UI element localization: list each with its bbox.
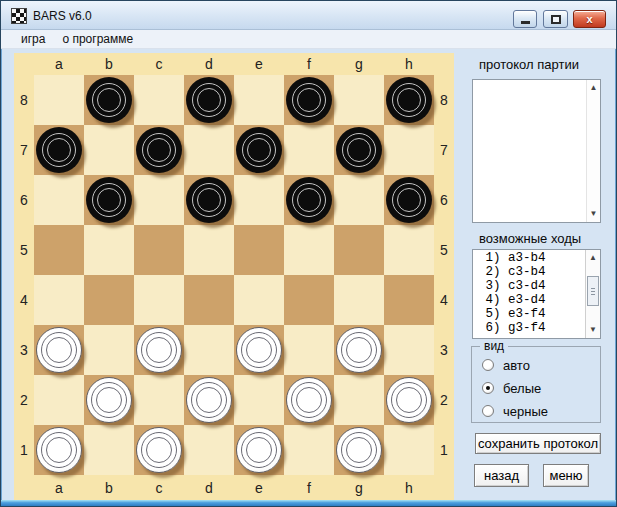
square-b1[interactable]: [84, 425, 134, 475]
piece-ring: [397, 188, 421, 212]
piece-black-e7[interactable]: [236, 127, 282, 173]
square-d4[interactable]: [184, 275, 234, 325]
square-g8[interactable]: [334, 75, 384, 125]
square-a3[interactable]: [34, 325, 84, 375]
move-option[interactable]: 6) g3-f4: [473, 321, 585, 335]
piece-black-d8[interactable]: [186, 77, 232, 123]
piece-ring: [241, 332, 277, 368]
piece-ring: [192, 83, 226, 117]
scrollbar-thumb[interactable]: [587, 276, 599, 306]
piece-ring: [192, 183, 226, 217]
square-c5[interactable]: [134, 225, 184, 275]
radio-unselected-icon[interactable]: [482, 405, 494, 417]
file-label-d: d: [184, 475, 234, 500]
piece-ring: [347, 138, 371, 162]
piece-ring: [291, 382, 327, 418]
file-label-b: b: [84, 475, 134, 500]
piece-white-a3[interactable]: [36, 327, 82, 373]
piece-white-e3[interactable]: [236, 327, 282, 373]
square-e7[interactable]: [234, 125, 284, 175]
radio-label: черные: [503, 404, 548, 419]
square-h1[interactable]: [384, 425, 434, 475]
radio-selected-icon[interactable]: [482, 382, 494, 394]
rank-label-2: 2: [434, 375, 454, 425]
square-g3[interactable]: [334, 325, 384, 375]
piece-ring: [296, 387, 322, 413]
radio-label: белые: [503, 381, 541, 396]
rank-label-4: 4: [14, 275, 34, 325]
piece-ring: [396, 387, 422, 413]
piece-black-b6[interactable]: [86, 177, 132, 223]
piece-white-a1[interactable]: [36, 427, 82, 473]
radio-option-белые[interactable]: белые: [482, 379, 596, 397]
move-option[interactable]: 3) c3-d4: [473, 279, 585, 293]
piece-white-c3[interactable]: [136, 327, 182, 373]
menu-item-game[interactable]: игра: [21, 32, 45, 46]
radio-option-авто[interactable]: авто: [482, 356, 596, 374]
square-b4[interactable]: [84, 275, 134, 325]
radio-label: авто: [503, 358, 530, 373]
piece-ring: [141, 332, 177, 368]
app-window: BARS v6.0 x играо программе abcdefgh 876…: [0, 0, 617, 507]
square-f6[interactable]: [284, 175, 334, 225]
piece-ring: [142, 133, 176, 167]
square-d1[interactable]: [184, 425, 234, 475]
radio-option-черные[interactable]: черные: [482, 402, 596, 420]
square-h7[interactable]: [384, 125, 434, 175]
rank-label-1: 1: [434, 425, 454, 475]
square-e1[interactable]: [234, 425, 284, 475]
piece-ring: [297, 88, 321, 112]
square-a4[interactable]: [34, 275, 84, 325]
move-option[interactable]: 5) e3-f4: [473, 307, 585, 321]
square-b8[interactable]: [84, 75, 134, 125]
square-c6[interactable]: [134, 175, 184, 225]
rank-label-8: 8: [14, 75, 34, 125]
maximize-icon: [551, 15, 561, 24]
scroll-up-icon[interactable]: ▲: [586, 253, 600, 263]
file-label-b: b: [84, 53, 134, 75]
square-d6[interactable]: [184, 175, 234, 225]
piece-ring: [146, 437, 172, 463]
piece-ring: [241, 432, 277, 468]
protocol-scrollbar[interactable]: ▲ ▼: [586, 80, 600, 222]
piece-ring: [92, 83, 126, 117]
square-b5[interactable]: [84, 225, 134, 275]
scroll-up-icon[interactable]: ▲: [587, 83, 600, 93]
view-options: автобелыечерные: [482, 356, 596, 420]
piece-ring: [96, 387, 122, 413]
piece-ring: [392, 83, 426, 117]
piece-black-d6[interactable]: [186, 177, 232, 223]
moves-label: возможные ходы: [479, 231, 581, 246]
square-g4[interactable]: [334, 275, 384, 325]
square-c3[interactable]: [134, 325, 184, 375]
piece-black-f6[interactable]: [286, 177, 332, 223]
square-f3[interactable]: [284, 325, 334, 375]
square-b3[interactable]: [84, 325, 134, 375]
file-label-d: d: [184, 53, 234, 75]
file-label-h: h: [384, 53, 434, 75]
square-d3[interactable]: [184, 325, 234, 375]
piece-ring: [392, 183, 426, 217]
board-panel: abcdefgh 87654321 87654321 abcdefgh: [14, 53, 454, 500]
square-f8[interactable]: [284, 75, 334, 125]
piece-ring: [41, 432, 77, 468]
file-label-e: e: [234, 53, 284, 75]
square-h6[interactable]: [384, 175, 434, 225]
piece-white-c1[interactable]: [136, 427, 182, 473]
scroll-down-icon[interactable]: ▼: [587, 209, 600, 219]
file-labels-bottom: abcdefgh: [34, 475, 434, 500]
square-a7[interactable]: [34, 125, 84, 175]
rank-label-6: 6: [434, 175, 454, 225]
square-d2[interactable]: [184, 375, 234, 425]
square-c7[interactable]: [134, 125, 184, 175]
square-a2[interactable]: [34, 375, 84, 425]
square-g5[interactable]: [334, 225, 384, 275]
square-b7[interactable]: [84, 125, 134, 175]
piece-ring: [247, 138, 271, 162]
square-h8[interactable]: [384, 75, 434, 125]
square-a1[interactable]: [34, 425, 84, 475]
piece-ring: [46, 337, 72, 363]
piece-ring: [292, 83, 326, 117]
piece-ring: [46, 437, 72, 463]
square-h3[interactable]: [384, 325, 434, 375]
minimize-icon: [521, 21, 530, 24]
piece-ring: [242, 133, 276, 167]
title-bar[interactable]: BARS v6.0 x: [1, 1, 616, 30]
moves-scrollbar[interactable]: ▲ ▼: [585, 250, 600, 338]
square-c8[interactable]: [134, 75, 184, 125]
file-label-f: f: [284, 53, 334, 75]
file-label-g: g: [334, 53, 384, 75]
square-e3[interactable]: [234, 325, 284, 375]
piece-black-a7[interactable]: [36, 127, 82, 173]
piece-white-g1[interactable]: [336, 427, 382, 473]
board-grid: [34, 75, 434, 475]
file-label-c: c: [134, 53, 184, 75]
square-d5[interactable]: [184, 225, 234, 275]
square-g7[interactable]: [334, 125, 384, 175]
file-label-h: h: [384, 475, 434, 500]
rank-label-3: 3: [14, 325, 34, 375]
radio-unselected-icon[interactable]: [482, 359, 494, 371]
piece-ring: [246, 337, 272, 363]
file-label-f: f: [284, 475, 334, 500]
square-f5[interactable]: [284, 225, 334, 275]
moves-list[interactable]: 1) a3-b4 2) c3-b4 3) c3-d4 4) e3-d4 5) e…: [472, 249, 601, 339]
square-c2[interactable]: [134, 375, 184, 425]
piece-white-e1[interactable]: [236, 427, 282, 473]
square-c4[interactable]: [134, 275, 184, 325]
piece-ring: [91, 382, 127, 418]
rank-labels-right: 87654321: [434, 75, 454, 475]
square-f4[interactable]: [284, 275, 334, 325]
window-title: BARS v6.0: [33, 9, 92, 23]
piece-ring: [292, 183, 326, 217]
rank-label-3: 3: [434, 325, 454, 375]
piece-black-h6[interactable]: [386, 177, 432, 223]
square-d8[interactable]: [184, 75, 234, 125]
move-option[interactable]: 2) c3-b4: [473, 265, 585, 279]
file-label-g: g: [334, 475, 384, 500]
menu-button[interactable]: меню: [543, 464, 589, 487]
piece-ring: [246, 437, 272, 463]
piece-ring: [92, 183, 126, 217]
piece-white-b2[interactable]: [86, 377, 132, 423]
file-label-c: c: [134, 475, 184, 500]
file-label-e: e: [234, 475, 284, 500]
square-d7[interactable]: [184, 125, 234, 175]
save-protocol-button[interactable]: сохранить протокол: [475, 433, 601, 454]
move-option[interactable]: 1) a3-b4: [473, 251, 585, 265]
rank-label-8: 8: [434, 75, 454, 125]
rank-label-4: 4: [434, 275, 454, 325]
piece-white-h2[interactable]: [386, 377, 432, 423]
square-e2[interactable]: [234, 375, 284, 425]
view-groupbox: вид автобелыечерные: [471, 346, 601, 423]
protocol-label: протокол партии: [479, 57, 579, 72]
rank-label-1: 1: [14, 425, 34, 475]
piece-ring: [97, 88, 121, 112]
square-b2[interactable]: [84, 375, 134, 425]
square-h2[interactable]: [384, 375, 434, 425]
piece-ring: [346, 437, 372, 463]
piece-ring: [47, 138, 71, 162]
piece-ring: [141, 432, 177, 468]
close-icon: x: [586, 14, 592, 25]
piece-black-b8[interactable]: [86, 77, 132, 123]
moves-list-items: 1) a3-b4 2) c3-b4 3) c3-d4 4) e3-d4 5) e…: [473, 251, 585, 338]
square-e6[interactable]: [234, 175, 284, 225]
square-b6[interactable]: [84, 175, 134, 225]
piece-ring: [346, 337, 372, 363]
piece-ring: [197, 88, 221, 112]
square-e8[interactable]: [234, 75, 284, 125]
piece-ring: [197, 188, 221, 212]
square-g1[interactable]: [334, 425, 384, 475]
square-g2[interactable]: [334, 375, 384, 425]
rank-label-7: 7: [434, 125, 454, 175]
piece-black-h8[interactable]: [386, 77, 432, 123]
app-checkerboard-icon: [11, 8, 27, 24]
square-h5[interactable]: [384, 225, 434, 275]
piece-black-g7[interactable]: [336, 127, 382, 173]
piece-ring: [342, 133, 376, 167]
rank-label-7: 7: [14, 125, 34, 175]
square-h4[interactable]: [384, 275, 434, 325]
piece-white-g3[interactable]: [336, 327, 382, 373]
piece-ring: [341, 432, 377, 468]
maximize-button[interactable]: [543, 10, 568, 28]
rank-labels-left: 87654321: [14, 75, 34, 475]
menu-item-about[interactable]: о программе: [62, 32, 133, 46]
protocol-list[interactable]: ▲ ▼: [472, 79, 601, 223]
scroll-down-icon[interactable]: ▼: [586, 325, 600, 335]
square-f2[interactable]: [284, 375, 334, 425]
piece-ring: [341, 332, 377, 368]
file-label-a: a: [34, 475, 84, 500]
square-e4[interactable]: [234, 275, 284, 325]
piece-ring: [147, 138, 171, 162]
piece-black-f8[interactable]: [286, 77, 332, 123]
square-e5[interactable]: [234, 225, 284, 275]
piece-ring: [397, 88, 421, 112]
file-label-a: a: [34, 53, 84, 75]
piece-white-f2[interactable]: [286, 377, 332, 423]
square-a5[interactable]: [34, 225, 84, 275]
back-button[interactable]: назад: [474, 464, 529, 487]
square-f7[interactable]: [284, 125, 334, 175]
piece-black-c7[interactable]: [136, 127, 182, 173]
piece-ring: [196, 387, 222, 413]
square-a8[interactable]: [34, 75, 84, 125]
piece-ring: [97, 188, 121, 212]
square-a6[interactable]: [34, 175, 84, 225]
minimize-button[interactable]: [513, 10, 537, 28]
square-c1[interactable]: [134, 425, 184, 475]
piece-ring: [391, 382, 427, 418]
rank-label-2: 2: [14, 375, 34, 425]
piece-ring: [41, 332, 77, 368]
move-option[interactable]: 4) e3-d4: [473, 293, 585, 307]
file-labels-top: abcdefgh: [34, 53, 434, 75]
piece-ring: [146, 337, 172, 363]
piece-ring: [191, 382, 227, 418]
square-g6[interactable]: [334, 175, 384, 225]
piece-ring: [42, 133, 76, 167]
rank-label-6: 6: [14, 175, 34, 225]
window-bottom-frame: [1, 500, 616, 506]
view-groupbox-label: вид: [480, 339, 508, 353]
menu-bar: играо программе: [1, 30, 616, 49]
piece-white-d2[interactable]: [186, 377, 232, 423]
rank-label-5: 5: [14, 225, 34, 275]
piece-ring: [297, 188, 321, 212]
rank-label-5: 5: [434, 225, 454, 275]
close-button[interactable]: x: [573, 10, 606, 28]
square-f1[interactable]: [284, 425, 334, 475]
